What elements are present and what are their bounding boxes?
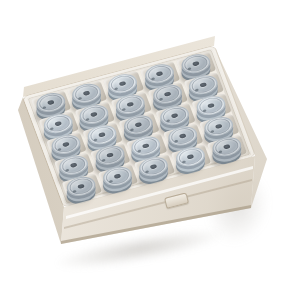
bobbin-center-hole	[186, 154, 194, 160]
bobbin-center-hole	[192, 61, 200, 67]
bobbin-center-hole	[90, 111, 98, 117]
bobbin-center-hole	[54, 121, 62, 127]
bobbin-center-hole	[77, 183, 85, 189]
bobbin-center-hole	[170, 113, 178, 119]
bobbin-center-hole	[178, 133, 186, 139]
bobbin-center-hole	[163, 91, 171, 97]
bobbin-center-hole	[70, 162, 78, 168]
bobbin-center-hole	[150, 164, 158, 170]
bobbin-center-hole	[62, 141, 70, 147]
bobbin-center-hole	[83, 90, 91, 96]
bobbin-center-hole	[135, 122, 143, 128]
photo-caption: Overhead product photo of a closed trans…	[0, 0, 1, 1]
bobbin-center-hole	[114, 173, 122, 179]
bobbin-center-hole	[142, 143, 150, 149]
bobbin-center-hole	[119, 81, 127, 87]
bobbin-center-hole	[155, 71, 163, 77]
product-photo: Overhead product photo of a closed trans…	[0, 0, 300, 300]
bobbin-center-hole	[223, 144, 231, 150]
bobbin-center-hole	[207, 103, 215, 109]
bobbin-center-hole	[106, 152, 114, 158]
bobbin-center-hole	[98, 132, 106, 138]
bobbin-center-hole	[199, 82, 207, 88]
bobbin-center-hole	[215, 123, 223, 129]
bobbin-center-hole	[47, 100, 55, 106]
bobbin-center-hole	[127, 101, 135, 107]
